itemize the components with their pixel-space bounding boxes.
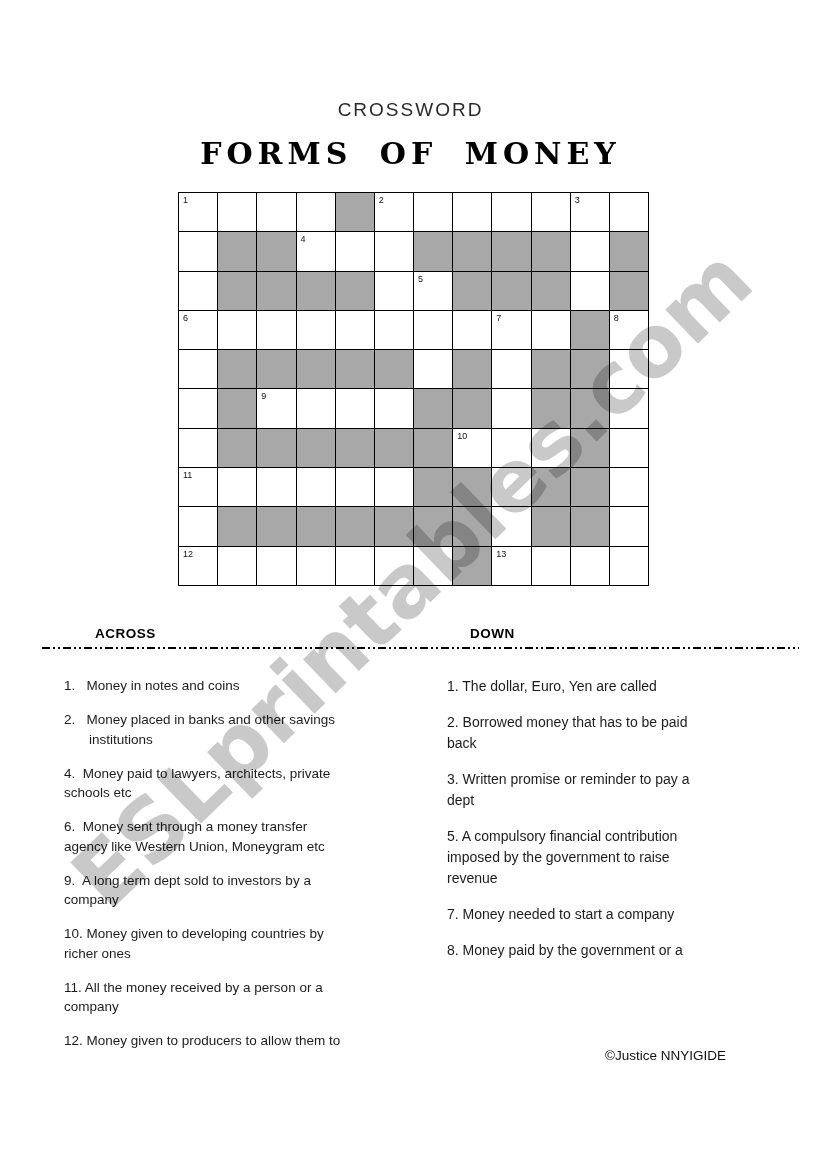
grid-cell-block: [610, 272, 649, 311]
clue-item: 8. Money paid by the government or a: [447, 940, 812, 961]
crossword-grid: 12345678910111213: [178, 192, 649, 586]
clue-text-line: agency like Western Union, Moneygram etc: [64, 837, 444, 857]
grid-cell-block: [336, 507, 375, 546]
grid-cell-block: [453, 350, 492, 389]
grid-cell-block: [571, 389, 610, 428]
grid-cell-block: [571, 468, 610, 507]
grid-cell-block: [218, 389, 257, 428]
grid-cell[interactable]: 7: [492, 311, 531, 350]
grid-cell-block: [453, 547, 492, 586]
grid-cell[interactable]: [492, 350, 531, 389]
clue-item: 11. All the money received by a person o…: [64, 978, 444, 1017]
section-divider: [42, 647, 799, 649]
clue-number: 9: [261, 392, 266, 401]
grid-cell-block: [297, 429, 336, 468]
grid-cell-block: [336, 429, 375, 468]
grid-cell-block: [218, 429, 257, 468]
grid-cell[interactable]: [453, 311, 492, 350]
clue-text-line: schools etc: [64, 783, 444, 803]
clue-number: 5: [418, 275, 423, 284]
grid-cell-block: [297, 350, 336, 389]
clue-text-line: 1. Money in notes and coins: [64, 676, 444, 696]
clue-text-line: 1. The dollar, Euro, Yen are called: [447, 676, 812, 697]
grid-cell[interactable]: [532, 429, 571, 468]
grid-cell[interactable]: [375, 311, 414, 350]
clue-text-line: company: [64, 997, 444, 1017]
clue-number: 10: [457, 432, 467, 441]
grid-cell-block: [532, 350, 571, 389]
grid-cell[interactable]: [179, 272, 218, 311]
grid-cell[interactable]: [571, 232, 610, 271]
grid-cell[interactable]: [375, 232, 414, 271]
grid-cell[interactable]: 12: [179, 547, 218, 586]
grid-cell-block: [336, 193, 375, 232]
across-clue-list: 1. Money in notes and coins2. Money plac…: [64, 676, 444, 1065]
clue-text-line: institutions: [64, 730, 444, 750]
grid-cell[interactable]: [336, 232, 375, 271]
grid-cell[interactable]: [336, 468, 375, 507]
grid-cell[interactable]: [218, 547, 257, 586]
grid-cell[interactable]: [492, 193, 531, 232]
clue-text-line: company: [64, 890, 444, 910]
clue-item: 5. A compulsory financial contributionim…: [447, 826, 812, 889]
grid-cell-block: [375, 507, 414, 546]
clue-number: 13: [496, 550, 506, 559]
grid-cell-block: [257, 232, 296, 271]
grid-cell-block: [218, 507, 257, 546]
grid-cell[interactable]: [610, 193, 649, 232]
grid-cell[interactable]: [532, 311, 571, 350]
clue-text-line: revenue: [447, 868, 812, 889]
clue-text-line: back: [447, 733, 812, 754]
grid-cell[interactable]: [179, 507, 218, 546]
grid-cell-block: [414, 429, 453, 468]
grid-cell[interactable]: [336, 389, 375, 428]
grid-cell-block: [375, 429, 414, 468]
grid-cell[interactable]: [257, 311, 296, 350]
clue-number: 4: [301, 235, 306, 244]
clue-item: 12. Money given to producers to allow th…: [64, 1031, 444, 1051]
page-title: FORMS OF MONEY: [0, 136, 821, 171]
page-header: CROSSWORD: [0, 99, 821, 121]
grid-cell[interactable]: [375, 272, 414, 311]
clue-number: 1: [183, 196, 188, 205]
grid-cell[interactable]: [297, 547, 336, 586]
grid-cell[interactable]: [297, 311, 336, 350]
grid-cell-block: [492, 232, 531, 271]
clue-text-line: 2. Money placed in banks and other savin…: [64, 710, 444, 730]
grid-cell[interactable]: [414, 311, 453, 350]
clue-text-line: richer ones: [64, 944, 444, 964]
clue-text-line: 7. Money needed to start a company: [447, 904, 812, 925]
grid-cell[interactable]: [610, 429, 649, 468]
grid-cell[interactable]: 5: [414, 272, 453, 311]
clue-item: 9. A long term dept sold to investors by…: [64, 871, 444, 910]
clue-item: 3. Written promise or reminder to pay ad…: [447, 769, 812, 811]
grid-cell-block: [218, 232, 257, 271]
grid-cell-block: [453, 389, 492, 428]
grid-cell-block: [453, 507, 492, 546]
clue-text-line: 8. Money paid by the government or a: [447, 940, 812, 961]
clue-text-line: 5. A compulsory financial contribution: [447, 826, 812, 847]
grid-cell[interactable]: [610, 468, 649, 507]
grid-cell[interactable]: [532, 193, 571, 232]
grid-cell-block: [297, 507, 336, 546]
clue-item: 1. Money in notes and coins: [64, 676, 444, 696]
grid-cell[interactable]: [375, 547, 414, 586]
grid-cell-block: [336, 350, 375, 389]
grid-cell[interactable]: [336, 311, 375, 350]
grid-cell[interactable]: 1: [179, 193, 218, 232]
clue-number: 3: [575, 196, 580, 205]
grid-cell[interactable]: 8: [610, 311, 649, 350]
grid-cell-block: [218, 272, 257, 311]
clue-item: 2. Money placed in banks and other savin…: [64, 710, 444, 749]
grid-cell[interactable]: [297, 193, 336, 232]
clue-item: 10. Money given to developing countries …: [64, 924, 444, 963]
grid-cell[interactable]: [492, 429, 531, 468]
clue-item: 7. Money needed to start a company: [447, 904, 812, 925]
grid-cell[interactable]: 4: [297, 232, 336, 271]
grid-cell[interactable]: 3: [571, 193, 610, 232]
grid-cell-block: [453, 232, 492, 271]
grid-cell-block: [571, 350, 610, 389]
clue-item: 2. Borrowed money that has to be paidbac…: [447, 712, 812, 754]
grid-cell-block: [414, 232, 453, 271]
clue-text-line: dept: [447, 790, 812, 811]
clue-number: 12: [183, 550, 193, 559]
clue-number: 6: [183, 314, 188, 323]
grid-cell[interactable]: [453, 193, 492, 232]
grid-cell[interactable]: [218, 193, 257, 232]
grid-cell[interactable]: [218, 311, 257, 350]
grid-cell-block: [375, 350, 414, 389]
grid-cell[interactable]: 9: [257, 389, 296, 428]
clue-number: 8: [614, 314, 619, 323]
grid-cell[interactable]: [336, 547, 375, 586]
grid-cell[interactable]: [179, 389, 218, 428]
grid-cell[interactable]: [218, 468, 257, 507]
grid-cell-block: [257, 272, 296, 311]
grid-cell[interactable]: [414, 193, 453, 232]
clue-text-line: imposed by the government to raise: [447, 847, 812, 868]
grid-cell[interactable]: [257, 193, 296, 232]
grid-cell[interactable]: [179, 429, 218, 468]
grid-cell[interactable]: [414, 350, 453, 389]
grid-cell[interactable]: 13: [492, 547, 531, 586]
grid-cell-block: [257, 350, 296, 389]
grid-cell[interactable]: [257, 547, 296, 586]
grid-cell-block: [571, 311, 610, 350]
grid-cell[interactable]: 11: [179, 468, 218, 507]
grid-cell[interactable]: [492, 389, 531, 428]
clue-number: 11: [183, 471, 192, 480]
grid-cell[interactable]: [571, 272, 610, 311]
grid-cell-block: [414, 468, 453, 507]
clue-text-line: 12. Money given to producers to allow th…: [64, 1031, 444, 1051]
clue-text-line: 11. All the money received by a person o…: [64, 978, 444, 998]
credit-line: ©Justice NNYIGIDE: [605, 1048, 726, 1063]
grid-cell[interactable]: [414, 547, 453, 586]
grid-cell-block: [571, 507, 610, 546]
grid-cell[interactable]: [610, 389, 649, 428]
clue-text-line: 3. Written promise or reminder to pay a: [447, 769, 812, 790]
grid-cell-block: [532, 389, 571, 428]
clue-number: 7: [496, 314, 501, 323]
grid-cell-block: [414, 507, 453, 546]
grid-cell-block: [414, 389, 453, 428]
grid-cell-block: [532, 468, 571, 507]
worksheet-page: CROSSWORD FORMS OF MONEY 123456789101112…: [0, 0, 821, 1169]
grid-cell[interactable]: [492, 507, 531, 546]
clue-text-line: 2. Borrowed money that has to be paid: [447, 712, 812, 733]
grid-cell-block: [257, 507, 296, 546]
grid-cell[interactable]: [297, 468, 336, 507]
grid-cell[interactable]: [610, 350, 649, 389]
clue-number: 2: [379, 196, 384, 205]
clue-text-line: 6. Money sent through a money transfer: [64, 817, 444, 837]
grid-cell[interactable]: [532, 547, 571, 586]
grid-cell-block: [492, 272, 531, 311]
grid-cell-block: [610, 232, 649, 271]
grid-cell-block: [297, 272, 336, 311]
clue-item: 1. The dollar, Euro, Yen are called: [447, 676, 812, 697]
grid-cell[interactable]: [375, 389, 414, 428]
grid-cell-block: [453, 468, 492, 507]
clue-item: 4. Money paid to lawyers, architects, pr…: [64, 764, 444, 803]
grid-cell[interactable]: [297, 389, 336, 428]
grid-cell[interactable]: [375, 468, 414, 507]
grid-cell[interactable]: 6: [179, 311, 218, 350]
grid-cell[interactable]: [257, 468, 296, 507]
grid-cell-block: [336, 272, 375, 311]
clue-item: 6. Money sent through a money transferag…: [64, 817, 444, 856]
grid-cell-block: [532, 507, 571, 546]
grid-cell[interactable]: [492, 468, 531, 507]
grid-cell[interactable]: [610, 547, 649, 586]
across-heading: ACROSS: [95, 626, 156, 641]
clue-text-line: 4. Money paid to lawyers, architects, pr…: [64, 764, 444, 784]
down-clue-list: 1. The dollar, Euro, Yen are called2. Bo…: [447, 676, 812, 976]
grid-cell[interactable]: [571, 547, 610, 586]
grid-cell[interactable]: [179, 350, 218, 389]
grid-cell[interactable]: 2: [375, 193, 414, 232]
down-heading: DOWN: [470, 626, 515, 641]
grid-cell-block: [571, 429, 610, 468]
grid-cell-block: [257, 429, 296, 468]
grid-cell-block: [218, 350, 257, 389]
grid-cell-block: [532, 232, 571, 271]
grid-cell[interactable]: [610, 507, 649, 546]
grid-cell[interactable]: 10: [453, 429, 492, 468]
clue-text-line: 10. Money given to developing countries …: [64, 924, 444, 944]
grid-cell-block: [532, 272, 571, 311]
grid-cell[interactable]: [179, 232, 218, 271]
clue-text-line: 9. A long term dept sold to investors by…: [64, 871, 444, 891]
grid-cell-block: [453, 272, 492, 311]
